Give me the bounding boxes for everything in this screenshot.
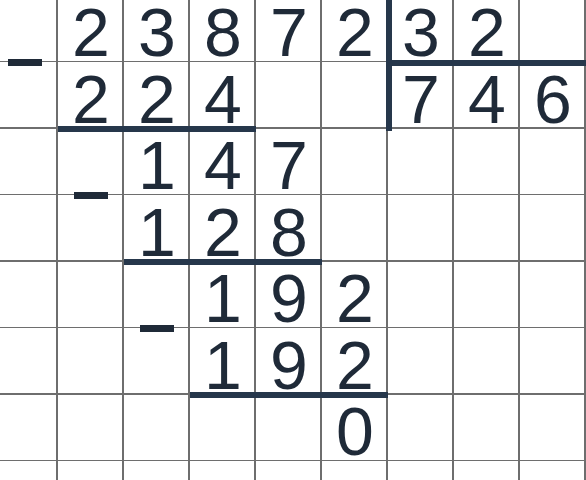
digit-r4-c5: 8 bbox=[256, 199, 322, 266]
digit-r6-c6: 2 bbox=[322, 332, 388, 399]
digit-r1-c7: 3 bbox=[388, 0, 454, 66]
digit-r1-c8: 2 bbox=[454, 0, 520, 66]
digit-r5-c6: 2 bbox=[322, 265, 388, 332]
digit-r1-c4: 8 bbox=[190, 0, 256, 66]
digit-r3-c4: 4 bbox=[190, 132, 256, 199]
digit-r2-c4: 4 bbox=[190, 66, 256, 133]
digit-r2-c3: 2 bbox=[124, 66, 190, 133]
digit-r7-c6: 0 bbox=[322, 398, 388, 465]
subtraction-rule-3 bbox=[190, 392, 388, 398]
digit-r1-c6: 2 bbox=[322, 0, 388, 66]
digit-r2-c8: 4 bbox=[454, 66, 520, 133]
minus-sign-2 bbox=[74, 192, 108, 199]
digit-r3-c5: 7 bbox=[256, 132, 322, 199]
digit-r5-c5: 9 bbox=[256, 265, 322, 332]
digit-r5-c4: 1 bbox=[190, 265, 256, 332]
digit-r1-c3: 3 bbox=[124, 0, 190, 66]
division-bracket bbox=[386, 0, 393, 131]
minus-sign-1 bbox=[8, 59, 42, 66]
digit-r2-c7: 7 bbox=[388, 66, 454, 133]
long-division-board: 23872322247461471281921920 bbox=[0, 0, 586, 480]
digit-r3-c3: 1 bbox=[124, 132, 190, 199]
minus-sign-3 bbox=[140, 325, 174, 332]
digit-r6-c5: 9 bbox=[256, 332, 322, 399]
subtraction-rule-2 bbox=[124, 259, 322, 265]
digit-r4-c4: 2 bbox=[190, 199, 256, 266]
digit-grid: 23872322247461471281921920 bbox=[0, 0, 586, 480]
digit-r4-c3: 1 bbox=[124, 199, 190, 266]
digit-r2-c2: 2 bbox=[58, 66, 124, 133]
digit-r1-c5: 7 bbox=[256, 0, 322, 66]
digit-r2-c9: 6 bbox=[520, 66, 586, 133]
divisor-quotient-rule bbox=[388, 60, 586, 66]
subtraction-rule-1 bbox=[58, 126, 256, 132]
digit-r1-c2: 2 bbox=[58, 0, 124, 66]
digit-r6-c4: 1 bbox=[190, 332, 256, 399]
